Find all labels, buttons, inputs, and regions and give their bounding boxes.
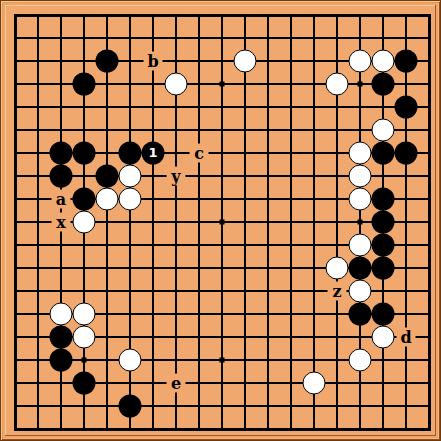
black-stone xyxy=(119,395,142,418)
star-point xyxy=(220,220,225,225)
black-stone xyxy=(73,188,96,211)
white-stone xyxy=(372,50,395,73)
black-stone xyxy=(50,326,73,349)
star-point xyxy=(82,358,87,363)
move-number-label: 1 xyxy=(148,146,157,159)
point-label-y: y xyxy=(167,167,186,186)
black-stone xyxy=(372,234,395,257)
black-stone xyxy=(50,165,73,188)
white-stone xyxy=(372,119,395,142)
white-stone xyxy=(349,142,372,165)
black-stone xyxy=(50,142,73,165)
black-stone xyxy=(372,303,395,326)
grid-line-horizontal xyxy=(14,405,431,407)
black-stone xyxy=(349,257,372,280)
black-stone xyxy=(395,142,418,165)
black-stone xyxy=(73,372,96,395)
white-stone xyxy=(119,165,142,188)
white-stone xyxy=(96,188,119,211)
white-stone xyxy=(303,372,326,395)
go-board: 1bcyaxzde xyxy=(5,5,436,436)
black-stone xyxy=(372,73,395,96)
black-stone xyxy=(73,142,96,165)
white-stone xyxy=(349,280,372,303)
point-label-b: b xyxy=(144,52,163,71)
white-stone xyxy=(349,50,372,73)
point-label-a: a xyxy=(52,190,71,209)
black-stone xyxy=(119,142,142,165)
white-stone xyxy=(326,257,349,280)
grid-line-vertical xyxy=(267,14,269,431)
point-label-c: c xyxy=(190,144,209,163)
black-stone xyxy=(96,50,119,73)
black-stone xyxy=(372,257,395,280)
white-stone xyxy=(234,50,257,73)
grid-line-vertical xyxy=(244,14,246,431)
white-stone xyxy=(73,303,96,326)
grid-line-vertical xyxy=(428,14,431,431)
white-stone xyxy=(349,234,372,257)
black-stone xyxy=(73,73,96,96)
black-stone xyxy=(372,142,395,165)
grid-line-vertical xyxy=(405,14,407,431)
go-board-frame: 1bcyaxzde xyxy=(0,0,441,441)
point-label-z: z xyxy=(328,282,347,301)
white-stone xyxy=(165,73,188,96)
white-stone xyxy=(372,326,395,349)
white-stone xyxy=(119,349,142,372)
black-stone xyxy=(96,165,119,188)
white-stone xyxy=(119,188,142,211)
point-label-d: d xyxy=(397,328,416,347)
star-point xyxy=(358,220,363,225)
white-stone xyxy=(349,165,372,188)
point-label-x: x xyxy=(52,213,71,232)
star-point xyxy=(220,82,225,87)
grid-line-vertical xyxy=(313,14,315,431)
white-stone xyxy=(326,73,349,96)
black-stone xyxy=(372,188,395,211)
white-stone xyxy=(73,211,96,234)
black-stone xyxy=(395,96,418,119)
black-stone xyxy=(372,211,395,234)
grid-line-vertical xyxy=(290,14,292,431)
black-stone xyxy=(395,50,418,73)
white-stone xyxy=(349,188,372,211)
star-point xyxy=(220,358,225,363)
white-stone xyxy=(73,326,96,349)
black-stone xyxy=(349,303,372,326)
black-stone-move-1: 1 xyxy=(142,142,165,165)
point-label-e: e xyxy=(167,374,186,393)
white-stone xyxy=(50,303,73,326)
white-stone xyxy=(349,349,372,372)
star-point xyxy=(358,82,363,87)
black-stone xyxy=(50,349,73,372)
grid-line-horizontal xyxy=(14,428,431,431)
